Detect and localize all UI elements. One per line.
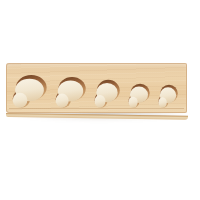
puzzle-slot-5 — [158, 84, 178, 108]
routed-groove-line — [9, 108, 184, 109]
puzzle-slot-2 — [55, 76, 86, 108]
photo-background — [0, 0, 200, 200]
puzzle-slot-3 — [94, 79, 120, 108]
puzzle-slot-1 — [12, 74, 47, 108]
puzzle-slot-4 — [128, 83, 150, 108]
puzzle-board-grid — [6, 63, 187, 113]
